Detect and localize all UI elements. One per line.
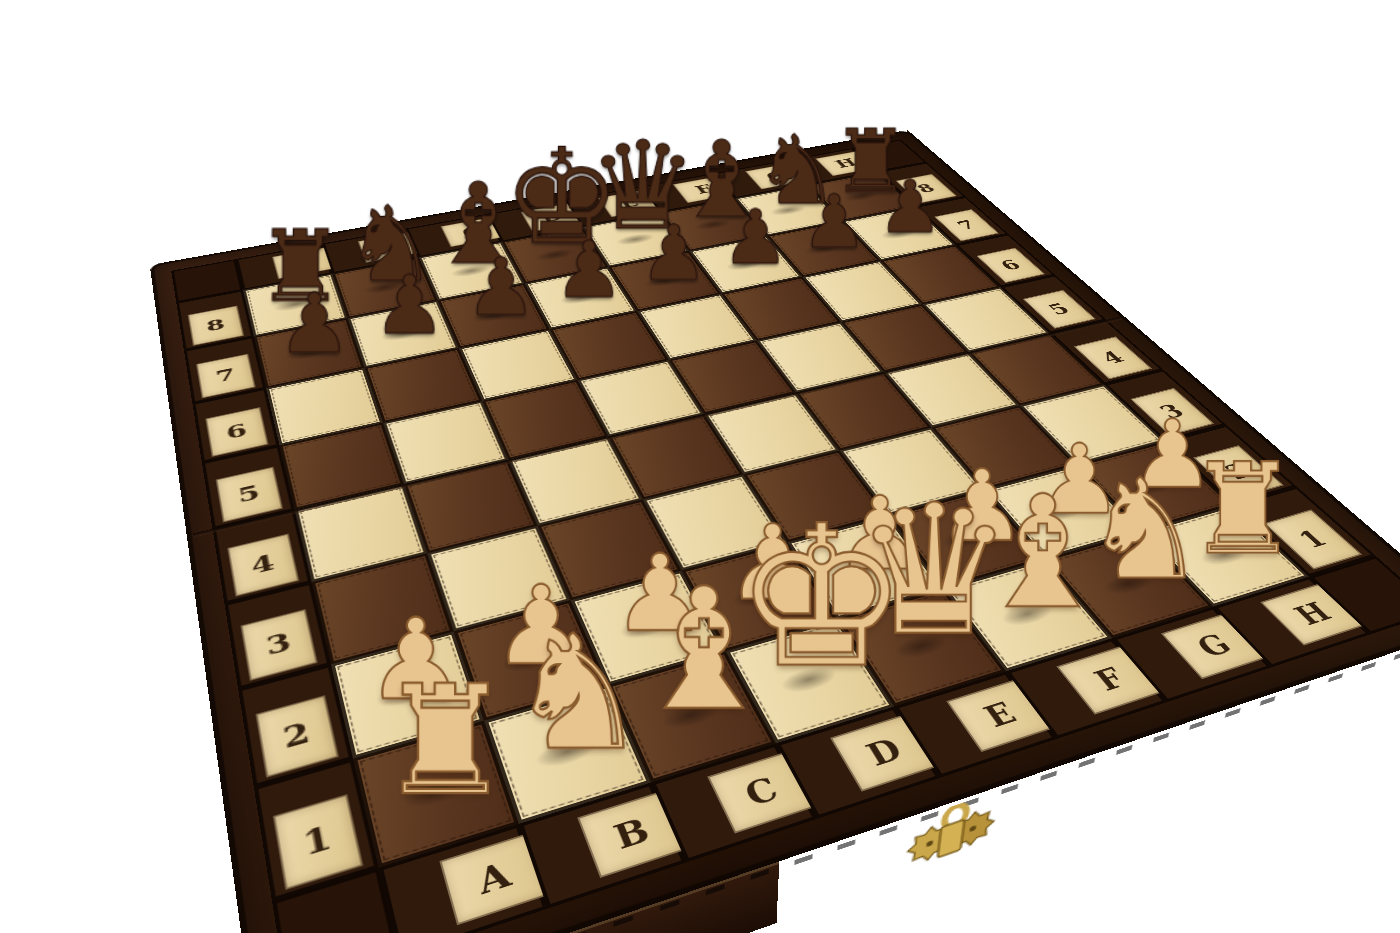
piece-black-pawn-a7[interactable]: ♟: [277, 286, 351, 365]
board-grid: ABCDEFGH8♜♞♝♚♛♝♞♜87♟♟♟♟♟♟♟♟7665544332♟♟♟…: [171, 139, 1400, 933]
piece-black-pawn-h7[interactable]: ♟: [878, 173, 943, 242]
piece-black-pawn-f7[interactable]: ♟: [722, 203, 789, 274]
square-a5[interactable]: [280, 423, 404, 510]
piece-black-pawn-d7[interactable]: ♟: [554, 234, 624, 308]
piece-black-pawn-e7[interactable]: ♟: [640, 218, 709, 291]
scene: ABCDEFGH8♜♞♝♚♛♝♞♜87♟♟♟♟♟♟♟♟7665544332♟♟♟…: [0, 0, 1400, 933]
piece-black-pawn-g7[interactable]: ♟: [801, 188, 867, 258]
board-frame: ABCDEFGH8♜♞♝♚♛♝♞♜87♟♟♟♟♟♟♟♟7665544332♟♟♟…: [150, 130, 1400, 933]
piece-white-knight-b1[interactable]: ♞: [507, 620, 649, 770]
rank-number-6: 6: [976, 248, 1045, 283]
piece-black-pawn-b7[interactable]: ♟: [373, 268, 446, 345]
rank-number-1: 1: [273, 794, 363, 890]
chess-board-3d: ABCDEFGH8♜♞♝♚♛♝♞♜87♟♟♟♟♟♟♟♟7665544332♟♟♟…: [150, 130, 1400, 933]
piece-white-rook-a1[interactable]: ♜: [377, 669, 512, 812]
rank-label-left-6: 6: [192, 388, 279, 462]
square-b5[interactable]: [383, 401, 508, 484]
piece-black-pawn-c7[interactable]: ♟: [465, 251, 536, 326]
rank-label-left-5: 5: [202, 445, 295, 528]
rank-label-right-5: 5: [1001, 275, 1107, 333]
file-letter-h: H: [1260, 583, 1366, 646]
rank-number-4: 4: [1074, 336, 1152, 379]
piece-white-bishop-c1[interactable]: ♝: [628, 570, 779, 729]
rank-number-4: 4: [227, 534, 299, 597]
